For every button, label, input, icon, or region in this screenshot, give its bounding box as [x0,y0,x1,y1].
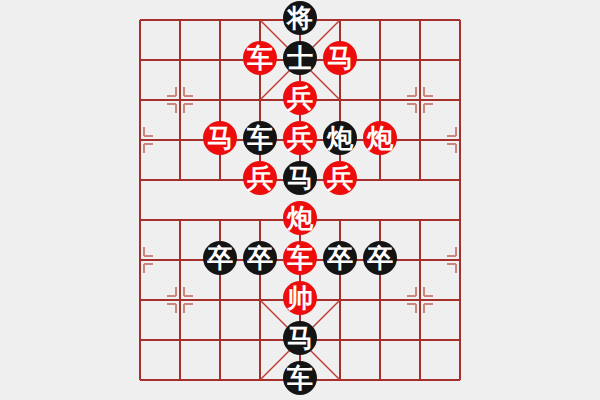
piece-black-chariot[interactable]: 车 [243,121,277,155]
piece-red-soldier[interactable]: 兵 [283,121,317,155]
piece-black-soldier[interactable]: 卒 [243,241,277,275]
piece-red-general[interactable]: 帅 [283,281,317,315]
piece-red-horse[interactable]: 马 [323,41,357,75]
piece-black-horse[interactable]: 马 [283,321,317,355]
piece-red-soldier[interactable]: 兵 [243,161,277,195]
xiangqi-board: 将车士马兵马车兵炮炮兵马兵炮卒卒车卒卒帅马车 [140,20,460,380]
piece-red-cannon[interactable]: 炮 [283,201,317,235]
piece-red-chariot[interactable]: 车 [283,241,317,275]
piece-black-cannon[interactable]: 炮 [323,121,357,155]
piece-red-soldier[interactable]: 兵 [283,81,317,115]
piece-black-soldier[interactable]: 卒 [203,241,237,275]
piece-black-soldier[interactable]: 卒 [323,241,357,275]
piece-black-general[interactable]: 将 [283,1,317,35]
piece-black-chariot[interactable]: 车 [283,361,317,395]
piece-red-chariot[interactable]: 车 [243,41,277,75]
page-background: 将车士马兵马车兵炮炮兵马兵炮卒卒车卒卒帅马车 [0,0,600,400]
piece-red-horse[interactable]: 马 [203,121,237,155]
piece-black-soldier[interactable]: 卒 [363,241,397,275]
piece-red-cannon[interactable]: 炮 [363,121,397,155]
piece-black-horse[interactable]: 马 [283,161,317,195]
piece-red-soldier[interactable]: 兵 [323,161,357,195]
piece-black-advisor[interactable]: 士 [283,41,317,75]
